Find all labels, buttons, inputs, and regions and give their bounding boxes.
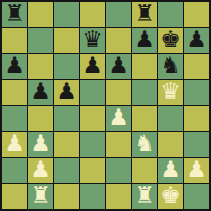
square-f4[interactable] — [132, 106, 157, 131]
square-f5[interactable] — [132, 80, 157, 105]
square-c3[interactable] — [54, 132, 79, 157]
white-knight-piece: ♞ — [134, 132, 155, 155]
square-d8[interactable] — [80, 2, 105, 27]
square-g8[interactable] — [158, 2, 183, 27]
square-c8[interactable] — [54, 2, 79, 27]
black-pawn-piece: ♟ — [82, 54, 103, 77]
square-a3[interactable]: ♟ — [2, 132, 27, 157]
square-e7[interactable] — [106, 28, 131, 53]
square-e1[interactable] — [106, 184, 131, 209]
black-pawn-piece: ♟ — [30, 80, 51, 103]
square-g7[interactable]: ♚ — [158, 28, 183, 53]
square-d7[interactable]: ♛ — [80, 28, 105, 53]
black-rook-piece: ♜ — [134, 2, 155, 25]
black-rook-piece: ♜ — [4, 2, 25, 25]
white-pawn-piece: ♟ — [4, 132, 25, 155]
square-e4[interactable]: ♟ — [106, 106, 131, 131]
square-c2[interactable] — [54, 158, 79, 183]
square-f3[interactable]: ♞ — [132, 132, 157, 157]
square-d4[interactable] — [80, 106, 105, 131]
square-h3[interactable] — [184, 132, 209, 157]
square-g5[interactable]: ♛ — [158, 80, 183, 105]
black-king-piece: ♚ — [160, 28, 181, 51]
white-pawn-piece: ♟ — [186, 158, 207, 181]
square-b6[interactable] — [28, 54, 53, 79]
white-king-piece: ♚ — [160, 184, 181, 207]
white-pawn-piece: ♟ — [160, 158, 181, 181]
black-knight-piece: ♞ — [160, 54, 181, 77]
square-d6[interactable]: ♟ — [80, 54, 105, 79]
square-a4[interactable] — [2, 106, 27, 131]
black-pawn-piece: ♟ — [56, 80, 77, 103]
square-e5[interactable] — [106, 80, 131, 105]
square-h2[interactable]: ♟ — [184, 158, 209, 183]
white-queen-piece: ♛ — [160, 80, 181, 103]
square-d1[interactable] — [80, 184, 105, 209]
square-g3[interactable] — [158, 132, 183, 157]
square-e8[interactable] — [106, 2, 131, 27]
square-g4[interactable] — [158, 106, 183, 131]
square-e2[interactable] — [106, 158, 131, 183]
square-h6[interactable] — [184, 54, 209, 79]
white-rook-piece: ♜ — [134, 184, 155, 207]
square-a1[interactable] — [2, 184, 27, 209]
white-rook-piece: ♜ — [30, 184, 51, 207]
square-d3[interactable] — [80, 132, 105, 157]
square-h4[interactable] — [184, 106, 209, 131]
square-c1[interactable] — [54, 184, 79, 209]
white-pawn-piece: ♟ — [30, 132, 51, 155]
square-b2[interactable]: ♟ — [28, 158, 53, 183]
black-pawn-piece: ♟ — [108, 54, 129, 77]
square-e6[interactable]: ♟ — [106, 54, 131, 79]
square-b8[interactable] — [28, 2, 53, 27]
black-queen-piece: ♛ — [82, 28, 103, 51]
square-h5[interactable] — [184, 80, 209, 105]
square-f1[interactable]: ♜ — [132, 184, 157, 209]
square-b5[interactable]: ♟ — [28, 80, 53, 105]
square-f7[interactable]: ♟ — [132, 28, 157, 53]
white-pawn-piece: ♟ — [30, 158, 51, 181]
square-h7[interactable]: ♟ — [184, 28, 209, 53]
square-h8[interactable] — [184, 2, 209, 27]
square-g2[interactable]: ♟ — [158, 158, 183, 183]
chess-board: ♜♜♛♟♚♟♟♟♟♞♟♟♛♟♟♟♞♟♟♟♜♜♚ — [0, 0, 211, 211]
square-c4[interactable] — [54, 106, 79, 131]
square-a6[interactable]: ♟ — [2, 54, 27, 79]
square-e3[interactable] — [106, 132, 131, 157]
square-b3[interactable]: ♟ — [28, 132, 53, 157]
square-h1[interactable] — [184, 184, 209, 209]
square-f8[interactable]: ♜ — [132, 2, 157, 27]
square-c7[interactable] — [54, 28, 79, 53]
square-g1[interactable]: ♚ — [158, 184, 183, 209]
square-f6[interactable] — [132, 54, 157, 79]
square-a7[interactable] — [2, 28, 27, 53]
square-d5[interactable] — [80, 80, 105, 105]
square-d2[interactable] — [80, 158, 105, 183]
square-f2[interactable] — [132, 158, 157, 183]
square-c6[interactable] — [54, 54, 79, 79]
black-pawn-piece: ♟ — [186, 28, 207, 51]
square-b7[interactable] — [28, 28, 53, 53]
square-a8[interactable]: ♜ — [2, 2, 27, 27]
square-b4[interactable] — [28, 106, 53, 131]
square-g6[interactable]: ♞ — [158, 54, 183, 79]
black-pawn-piece: ♟ — [4, 54, 25, 77]
square-a5[interactable] — [2, 80, 27, 105]
square-a2[interactable] — [2, 158, 27, 183]
black-pawn-piece: ♟ — [134, 28, 155, 51]
square-c5[interactable]: ♟ — [54, 80, 79, 105]
white-pawn-piece: ♟ — [108, 106, 129, 129]
square-b1[interactable]: ♜ — [28, 184, 53, 209]
